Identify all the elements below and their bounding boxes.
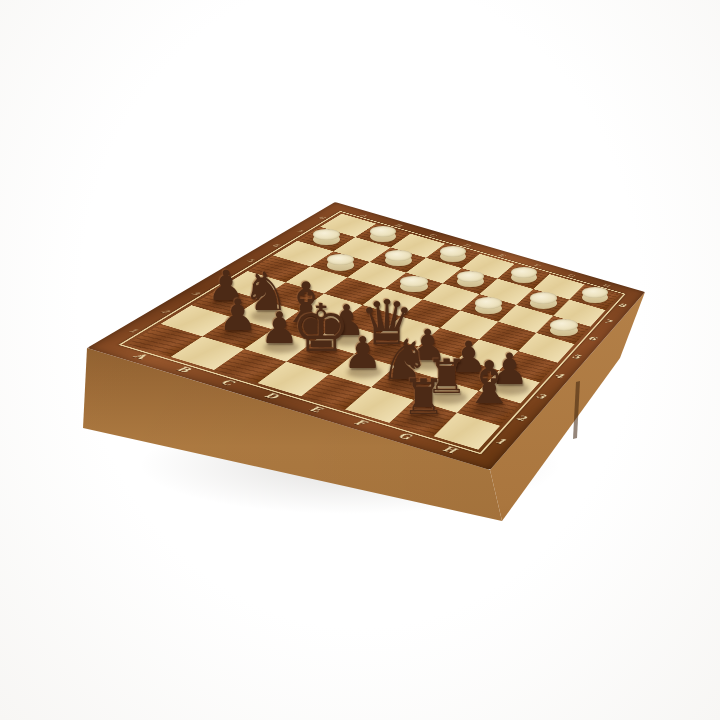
checker-piece-top-f8[interactable] xyxy=(511,267,537,278)
checker-piece-top-c7[interactable] xyxy=(385,250,412,261)
chess-piece-rook-g1[interactable]: ♜ xyxy=(389,374,457,423)
product-photo-stage: AA11BB22CC33DD44EE55FF66GG77HH88 ♟♞♝♟♟♟♛… xyxy=(0,0,720,720)
pieces-layer: ♟♞♝♟♟♟♛♚♟♟♟♞♟♜♝♜ xyxy=(0,0,720,720)
chess-piece-bishop-h2[interactable]: ♝ xyxy=(448,354,530,413)
checker-piece-top-h6[interactable] xyxy=(550,319,578,331)
checker-piece-top-d6[interactable] xyxy=(400,276,427,288)
checker-piece-top-g7[interactable] xyxy=(530,292,557,303)
checker-piece-top-b8[interactable] xyxy=(370,226,396,237)
